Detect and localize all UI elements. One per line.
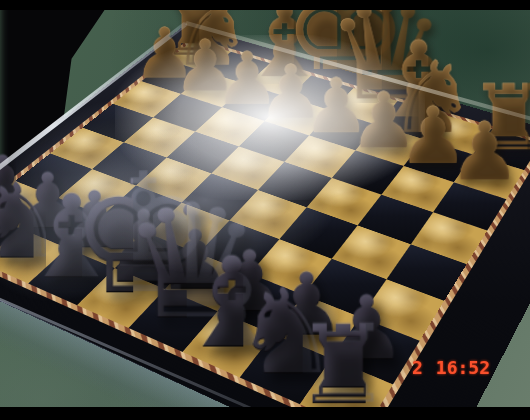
letterbox-top <box>0 0 530 10</box>
camera-timestamp: 2 16:52 <box>412 357 490 378</box>
piece-a2[interactable]: ♟ <box>448 111 510 192</box>
camera-photo: ♜♞♝♚♛♝♞♜♟♟♟♟♟♟♟♟♟♟♟♟♟♟♟♟♜♞♝♚♛♝♞♜ 2 16:52 <box>0 0 530 420</box>
piece-b8[interactable]: ♞ <box>234 274 303 392</box>
timestamp-day: 2 <box>412 357 423 378</box>
table-felt: ♜♞♝♚♛♝♞♜♟♟♟♟♟♟♟♟♟♟♟♟♟♟♟♟♜♞♝♚♛♝♞♜ 2 16:52 <box>0 0 530 420</box>
timestamp-time: 16:52 <box>436 357 490 378</box>
letterbox-bottom <box>0 407 530 420</box>
piece-a8[interactable]: ♜ <box>295 311 366 420</box>
square-a2[interactable]: ♟ <box>454 155 524 200</box>
